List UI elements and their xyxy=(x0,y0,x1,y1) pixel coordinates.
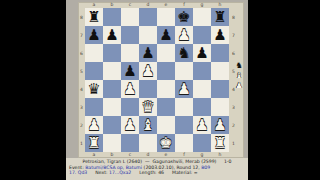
black-pawn: ♟ xyxy=(123,64,136,79)
square-d2: ♝ xyxy=(139,116,157,134)
move-line: 17. Qd3 Next: 17...Qxa2 Length: 46 Mater… xyxy=(66,170,248,176)
square-f7: ♟ xyxy=(175,26,193,44)
length-value: 46 xyxy=(158,170,164,175)
event-label: Event: xyxy=(69,165,84,170)
black-rook: ♜ xyxy=(213,10,226,25)
white-king: ♚ xyxy=(159,136,172,151)
square-d1 xyxy=(139,134,157,152)
black-pawn: ♟ xyxy=(195,46,208,61)
square-a7: ♟ xyxy=(85,26,103,44)
white-player-name: Petrosian, Tigran L (2640) xyxy=(83,159,142,164)
square-e2 xyxy=(157,116,175,134)
tray-white-bishop: ♝ xyxy=(235,72,242,80)
square-c3 xyxy=(121,98,139,116)
square-f5 xyxy=(175,62,193,80)
square-f6: ♞ xyxy=(175,44,193,62)
black-king: ♚ xyxy=(177,10,190,25)
tray-black-knight: ♞ xyxy=(235,62,242,70)
square-g1 xyxy=(193,134,211,152)
square-h6 xyxy=(211,44,229,62)
board-frame: abcdefgh 87654321 87654321 abcdefgh ♜♚♜♟… xyxy=(78,2,244,158)
event-name: Batumi/BCSA op, Batumi xyxy=(85,165,142,170)
square-a2: ♟ xyxy=(85,116,103,134)
white-pawn: ♟ xyxy=(177,82,190,97)
square-b4 xyxy=(103,80,121,98)
white-pawn: ♟ xyxy=(123,118,136,133)
square-b7: ♟ xyxy=(103,26,121,44)
square-e6 xyxy=(157,44,175,62)
game-result: 1-0 xyxy=(224,159,232,164)
white-bishop: ♝ xyxy=(141,118,154,133)
video-frame: abcdefgh 87654321 87654321 abcdefgh ♜♚♜♟… xyxy=(0,0,320,180)
white-rook: ♜ xyxy=(213,136,226,151)
square-h3 xyxy=(211,98,229,116)
event-details: (2003.02.10), Round 12, xyxy=(144,165,200,170)
black-knight: ♞ xyxy=(177,46,190,61)
tray-white-pawn: ♟ xyxy=(235,82,242,90)
square-c4: ♟ xyxy=(121,80,139,98)
players-line: Petrosian, Tigran L (2640)—Gagunashvili,… xyxy=(66,158,248,165)
white-pawn: ♟ xyxy=(213,118,226,133)
coord-label: 2 xyxy=(78,116,85,134)
square-e8 xyxy=(157,8,175,26)
square-d8 xyxy=(139,8,157,26)
square-f1 xyxy=(175,134,193,152)
letterbox-right xyxy=(248,0,320,180)
square-g4 xyxy=(193,80,211,98)
length-label: Length: xyxy=(139,170,156,175)
last-move: 17. Qd3 xyxy=(69,170,87,176)
material-value: = xyxy=(194,170,198,175)
white-rook: ♜ xyxy=(87,136,100,151)
square-d5: ♟ xyxy=(139,62,157,80)
square-c7 xyxy=(121,26,139,44)
square-g7 xyxy=(193,26,211,44)
square-h1: ♜ xyxy=(211,134,229,152)
material-label: Material: xyxy=(172,170,192,175)
black-rook: ♜ xyxy=(87,10,100,25)
length-group: Length: 46 xyxy=(139,170,164,176)
square-g6: ♟ xyxy=(193,44,211,62)
square-a5 xyxy=(85,62,103,80)
next-move: 17...Qxa2 xyxy=(109,170,131,175)
square-h2: ♟ xyxy=(211,116,229,134)
coord-label: 6 xyxy=(78,44,85,62)
players-separator: — xyxy=(142,159,153,164)
square-g5 xyxy=(193,62,211,80)
square-f2 xyxy=(175,116,193,134)
next-label: Next: xyxy=(95,170,107,175)
material-group: Material: = xyxy=(172,170,198,176)
square-b5 xyxy=(103,62,121,80)
next-move-group: Next: 17...Qxa2 xyxy=(95,170,131,176)
square-e7: ♟ xyxy=(157,26,175,44)
square-g2: ♟ xyxy=(193,116,211,134)
white-pawn: ♟ xyxy=(123,82,136,97)
square-h7: ♟ xyxy=(211,26,229,44)
eco-code: B09 xyxy=(201,165,210,170)
black-queen: ♛ xyxy=(87,82,100,97)
square-f8: ♚ xyxy=(175,8,193,26)
square-d3: ♛ xyxy=(139,98,157,116)
rank-labels-left: 87654321 xyxy=(78,8,85,152)
square-c6 xyxy=(121,44,139,62)
black-pawn: ♟ xyxy=(87,28,100,43)
square-e4 xyxy=(157,80,175,98)
square-f3 xyxy=(175,98,193,116)
square-h5 xyxy=(211,62,229,80)
material-imbalance-tray: ♞♝♟ xyxy=(233,62,245,90)
square-e5 xyxy=(157,62,175,80)
square-d7 xyxy=(139,26,157,44)
square-g3 xyxy=(193,98,211,116)
square-h4 xyxy=(211,80,229,98)
black-player-name: Gagunashvili, Merab (2599) xyxy=(153,159,217,164)
black-pawn: ♟ xyxy=(213,28,226,43)
square-f4: ♟ xyxy=(175,80,193,98)
square-b3 xyxy=(103,98,121,116)
square-g8 xyxy=(193,8,211,26)
black-pawn: ♟ xyxy=(159,28,172,43)
square-b1 xyxy=(103,134,121,152)
white-pawn: ♟ xyxy=(177,28,190,43)
coord-label: 8 xyxy=(78,8,85,26)
square-b8 xyxy=(103,8,121,26)
square-d6: ♟ xyxy=(139,44,157,62)
square-c2: ♟ xyxy=(121,116,139,134)
square-d4 xyxy=(139,80,157,98)
square-c1 xyxy=(121,134,139,152)
square-h8: ♜ xyxy=(211,8,229,26)
square-a6 xyxy=(85,44,103,62)
letterbox-left xyxy=(0,0,66,180)
coord-label: 3 xyxy=(78,98,85,116)
square-a8: ♜ xyxy=(85,8,103,26)
coord-label: 2 xyxy=(230,116,237,134)
coord-label: 3 xyxy=(230,98,237,116)
square-a3 xyxy=(85,98,103,116)
coord-label: 8 xyxy=(230,8,237,26)
square-b6 xyxy=(103,44,121,62)
coord-label: 7 xyxy=(78,26,85,44)
coord-label: 1 xyxy=(230,134,237,152)
square-a1: ♜ xyxy=(85,134,103,152)
coord-label: 7 xyxy=(230,26,237,44)
chess-board: ♜♚♜♟♟♟♟♟♟♞♟♟♟♛♟♟♛♟♟♝♟♟♜♚♜ xyxy=(85,8,229,152)
coord-label: 5 xyxy=(78,62,85,80)
white-pawn: ♟ xyxy=(195,118,208,133)
square-c5: ♟ xyxy=(121,62,139,80)
black-pawn: ♟ xyxy=(141,46,154,61)
square-e1: ♚ xyxy=(157,134,175,152)
square-b2 xyxy=(103,116,121,134)
coord-label: 6 xyxy=(230,44,237,62)
game-info-bar: Petrosian, Tigran L (2640)—Gagunashvili,… xyxy=(66,158,248,180)
coord-label: 1 xyxy=(78,134,85,152)
chess-viewer-panel: abcdefgh 87654321 87654321 abcdefgh ♜♚♜♟… xyxy=(66,0,248,180)
square-c8 xyxy=(121,8,139,26)
coord-label: 4 xyxy=(78,80,85,98)
white-queen: ♛ xyxy=(141,100,154,115)
white-pawn: ♟ xyxy=(141,64,154,79)
square-a4: ♛ xyxy=(85,80,103,98)
white-pawn: ♟ xyxy=(87,118,100,133)
square-e3 xyxy=(157,98,175,116)
black-pawn: ♟ xyxy=(105,28,118,43)
